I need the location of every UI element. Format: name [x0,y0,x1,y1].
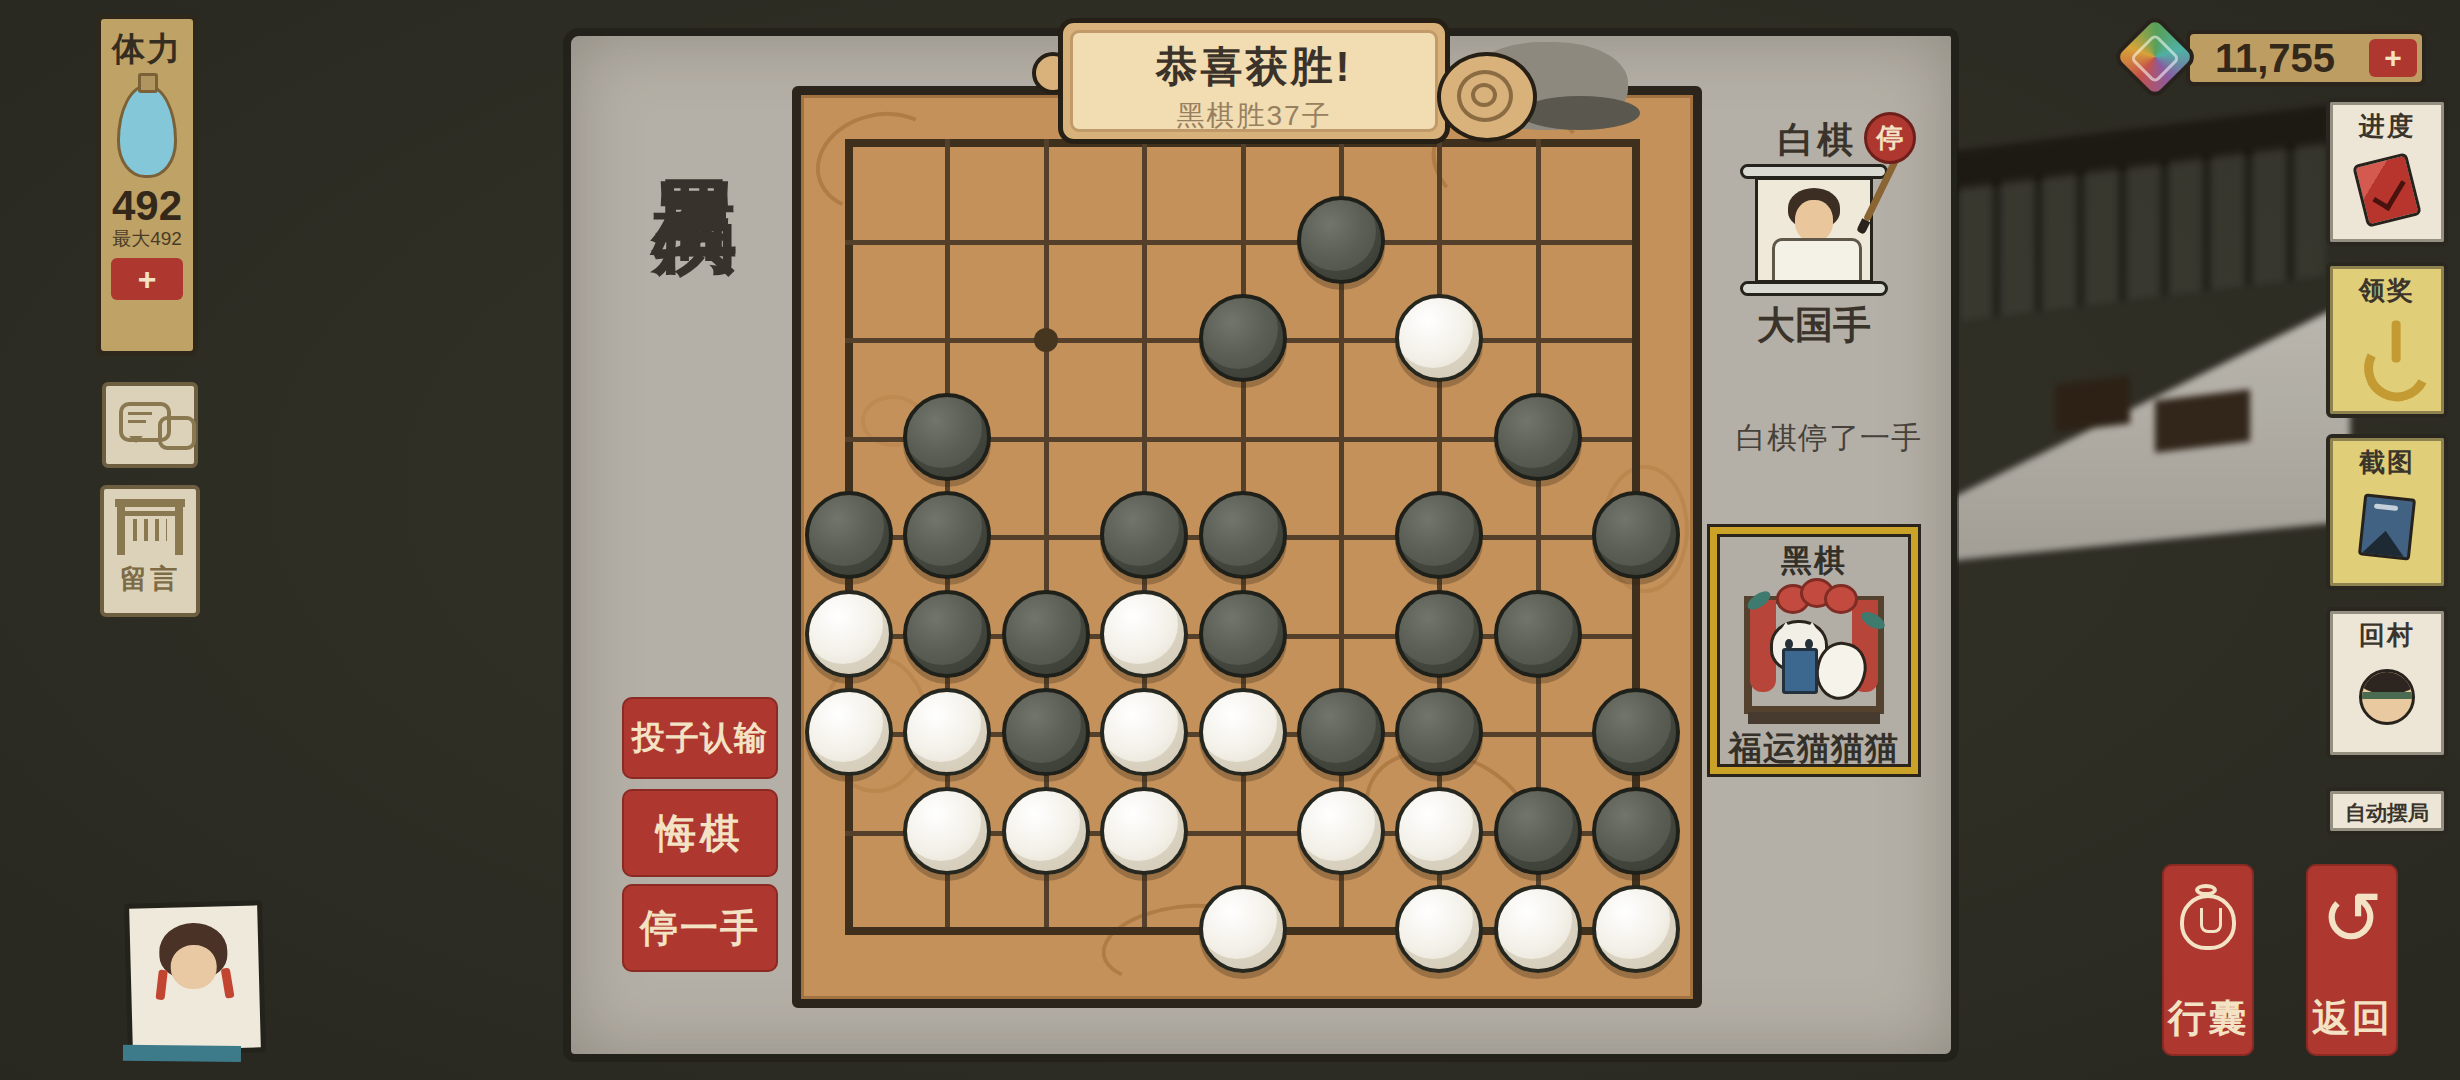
stone-black [1199,590,1287,678]
stone-white [1297,787,1385,875]
message-board-label: 留言 [104,561,196,597]
page-title: 星罗棋局 [646,110,754,520]
stone-black [1395,491,1483,579]
undo-button[interactable]: 悔棋 [622,789,778,877]
stone-black [1395,590,1483,678]
stone-black [903,393,991,481]
stone-black [1297,196,1385,284]
stone-black [1494,787,1582,875]
stone-white [903,787,991,875]
stone-white [1395,787,1483,875]
back-arrow-icon: ↺ [2306,878,2398,958]
currency-bar: 11,755 + [2186,30,2426,86]
black-player-portrait [1738,586,1890,724]
go-board[interactable] [792,86,1702,1008]
victory-banner-inner: 恭喜获胜! 黑棋胜37子 [1070,30,1438,132]
stone-white [1395,294,1483,382]
sidebar-auto-arrange-button[interactable]: 自动摆局 [2326,787,2448,835]
background-scene [1940,90,2360,510]
stone-black [903,491,991,579]
stone-white [805,590,893,678]
cloud-swirl-decoration [1437,52,1537,142]
gem-icon [2111,13,2199,101]
currency-value: 11,755 [2190,34,2360,82]
back-label: 返回 [2306,993,2398,1044]
pass-badge: 停 [1864,112,1916,164]
pass-button[interactable]: 停一手 [622,884,778,972]
stone-black [1395,688,1483,776]
stone-white [1100,787,1188,875]
stone-white [1494,885,1582,973]
stone-black [1100,491,1188,579]
picture-icon [2358,493,2416,560]
sidebar-village-button[interactable]: 回村 [2326,607,2448,759]
stone-black [805,491,893,579]
book-icon [1782,648,1818,694]
stamina-panel: 体力 492 最大492 + [96,14,198,356]
stone-white [1199,885,1287,973]
stone-white [1100,688,1188,776]
black-player-panel: 黑棋 福运猫猫猫 [1710,527,1918,774]
white-player-portrait [1748,164,1880,296]
progress-label: 进度 [2330,109,2444,144]
water-gourd-icon [117,84,177,178]
stone-black [1297,688,1385,776]
stone-white [805,688,893,776]
stone-black [1592,787,1680,875]
stone-black [1494,393,1582,481]
screenshot-label: 截图 [2330,445,2444,480]
gate-icon [115,499,185,555]
stone-black [1199,294,1287,382]
stone-black [1592,688,1680,776]
back-button[interactable]: ↺ 返回 [2306,864,2398,1056]
stone-black [1002,590,1090,678]
stone-black [1494,590,1582,678]
sidebar-screenshot-button[interactable]: 截图 [2326,434,2448,590]
bag-label: 行囊 [2162,993,2254,1044]
stone-white [1592,885,1680,973]
white-player-label: 白棋 [1778,116,1856,165]
stone-black [903,590,991,678]
npc-avatar[interactable] [124,900,266,1056]
gold-ruyi-icon [2347,316,2426,398]
victory-subtitle: 黑棋胜37子 [1073,97,1435,135]
bag-button[interactable]: 行囊 [2162,864,2254,1056]
game-screen: 星罗棋局 恭喜获胜! 黑棋胜37子 投子认输 悔棋 停一手 体力 492 最大4… [0,0,2460,1080]
stone-white [1100,590,1188,678]
chat-bubbles-icon [158,416,196,450]
villager-face-icon [2359,669,2415,725]
chat-button[interactable] [102,382,198,468]
stamina-max: 最大492 [101,228,193,250]
sidebar-reward-button[interactable]: 领奖 [2326,262,2448,418]
avatar-hairtie [221,968,235,999]
pavilion-floor [1940,295,2350,585]
white-player-status: 白棋停了一手 [1736,418,1936,459]
victory-title: 恭喜获胜! [1073,39,1435,95]
sidebar-progress-button[interactable]: 进度 [2326,98,2448,246]
board-grid [849,143,1636,931]
red-book-icon [2352,152,2422,228]
stone-white [1395,885,1483,973]
stone-white [1199,688,1287,776]
avatar-face [170,944,217,989]
add-currency-button[interactable]: + [2369,39,2417,77]
add-stamina-button[interactable]: + [111,258,183,300]
resign-button[interactable]: 投子认输 [622,697,778,779]
auto-arrange-label: 自动摆局 [2330,799,2444,827]
black-player-label: 黑棋 [1717,540,1911,582]
stone-black [1592,491,1680,579]
stamina-label: 体力 [101,27,193,72]
reward-label: 领奖 [2330,273,2444,308]
victory-banner: 恭喜获胜! 黑棋胜37子 [1058,18,1450,144]
village-label: 回村 [2330,618,2444,653]
stone-black [1199,491,1287,579]
white-player-name: 大国手 [1748,300,1880,351]
stone-black [1002,688,1090,776]
stamina-value: 492 [101,184,193,228]
pavilion-furniture [2055,375,2130,432]
black-player-name: 福运猫猫猫 [1717,726,1911,771]
avatar-frame-ribbon [123,1045,241,1062]
message-board-button[interactable]: 留言 [100,485,200,617]
star-point [1034,328,1058,352]
avatar-hairtie [155,969,167,1000]
pouch-icon [2180,894,2236,950]
ink-cloud-decoration [1520,96,1640,130]
stone-white [1002,787,1090,875]
stone-white [903,688,991,776]
